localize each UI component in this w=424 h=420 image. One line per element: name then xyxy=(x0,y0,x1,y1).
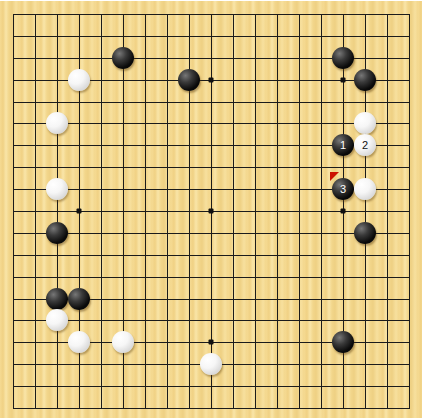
white-stone xyxy=(200,353,222,375)
hoshi-point xyxy=(209,77,214,82)
grid-line-vertical xyxy=(387,14,388,409)
black-stone xyxy=(46,222,68,244)
hoshi-point xyxy=(77,209,82,214)
grid-line-vertical xyxy=(409,14,410,409)
grid-line-vertical xyxy=(299,14,300,409)
black-stone xyxy=(46,288,68,310)
white-stone xyxy=(46,112,68,134)
grid-line-horizontal xyxy=(13,408,410,409)
black-stone-move-1: 1 xyxy=(332,134,354,156)
black-stone xyxy=(354,222,376,244)
grid-line-horizontal xyxy=(13,386,410,387)
black-stone xyxy=(68,288,90,310)
hoshi-point xyxy=(209,340,214,345)
grid-line-vertical xyxy=(321,14,322,409)
hoshi-point xyxy=(341,77,346,82)
black-stone xyxy=(112,47,134,69)
white-stone xyxy=(354,112,376,134)
hoshi-point xyxy=(209,209,214,214)
black-stone xyxy=(354,69,376,91)
grid-line-horizontal xyxy=(13,255,410,256)
white-stone xyxy=(112,331,134,353)
black-stone xyxy=(332,47,354,69)
hoshi-point xyxy=(341,209,346,214)
white-stone xyxy=(68,69,90,91)
wood-board-surface: 132 xyxy=(0,1,422,418)
go-board[interactable]: 132 xyxy=(0,1,422,418)
grid-line-horizontal xyxy=(13,320,410,321)
black-stone xyxy=(178,69,200,91)
white-stone xyxy=(46,309,68,331)
black-stone xyxy=(332,331,354,353)
grid-line-vertical xyxy=(277,14,278,409)
grid-line-horizontal xyxy=(13,277,410,278)
white-stone xyxy=(68,331,90,353)
black-stone-move-3: 3 xyxy=(332,178,354,200)
go-app-window: 132 xyxy=(0,0,424,420)
grid-line-horizontal xyxy=(13,233,410,234)
grid-line-vertical xyxy=(233,14,234,409)
grid-line-vertical xyxy=(255,14,256,409)
white-stone-move-2: 2 xyxy=(354,134,376,156)
white-stone xyxy=(354,178,376,200)
white-stone xyxy=(46,178,68,200)
last-move-red-triangle-marker xyxy=(330,172,339,181)
